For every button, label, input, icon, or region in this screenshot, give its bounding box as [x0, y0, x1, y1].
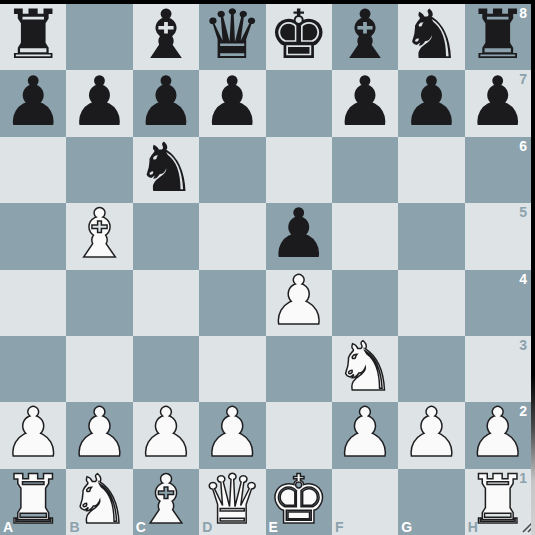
- square-c7[interactable]: ♟: [133, 70, 199, 136]
- piece-black-knight[interactable]: ♞: [133, 135, 199, 201]
- square-a7[interactable]: ♟: [0, 70, 66, 136]
- window-right-edge: [531, 0, 535, 535]
- square-h7[interactable]: 7♟: [465, 70, 531, 136]
- square-g1[interactable]: G: [398, 469, 464, 535]
- square-h3[interactable]: 3: [465, 336, 531, 402]
- square-f1[interactable]: F: [332, 469, 398, 535]
- square-d8[interactable]: ♛: [199, 4, 265, 70]
- square-d6[interactable]: [199, 137, 265, 203]
- piece-white-queen[interactable]: ♛: [199, 467, 265, 533]
- square-d2[interactable]: ♟: [199, 402, 265, 468]
- square-c2[interactable]: ♟: [133, 402, 199, 468]
- square-c6[interactable]: ♞: [133, 137, 199, 203]
- rank-label-6: 6: [519, 139, 527, 153]
- piece-white-pawn[interactable]: ♟: [465, 400, 531, 466]
- piece-white-bishop[interactable]: ♝: [133, 467, 199, 533]
- piece-white-pawn[interactable]: ♟: [0, 400, 66, 466]
- square-e8[interactable]: ♚: [266, 4, 332, 70]
- piece-black-bishop[interactable]: ♝: [332, 2, 398, 68]
- chess-app-window: ♜♝♛♚♝♞8♜♟♟♟♟♟♟7♟♞6♝♟5♟4♞3♟♟♟♟♟♟2♟A♜B♞C♝D…: [0, 0, 535, 535]
- square-c3[interactable]: [133, 336, 199, 402]
- piece-black-pawn[interactable]: ♟: [199, 68, 265, 134]
- piece-black-pawn[interactable]: ♟: [133, 68, 199, 134]
- square-b8[interactable]: [66, 4, 132, 70]
- square-e5[interactable]: ♟: [266, 203, 332, 269]
- piece-white-pawn[interactable]: ♟: [266, 268, 332, 334]
- file-label-f: F: [335, 520, 344, 534]
- square-g6[interactable]: [398, 137, 464, 203]
- chess-board: ♜♝♛♚♝♞8♜♟♟♟♟♟♟7♟♞6♝♟5♟4♞3♟♟♟♟♟♟2♟A♜B♞C♝D…: [0, 4, 531, 535]
- window-top-edge: [0, 0, 535, 4]
- piece-black-rook[interactable]: ♜: [0, 2, 66, 68]
- square-g3[interactable]: [398, 336, 464, 402]
- square-g2[interactable]: ♟: [398, 402, 464, 468]
- square-d3[interactable]: [199, 336, 265, 402]
- piece-white-knight[interactable]: ♞: [66, 467, 132, 533]
- square-b4[interactable]: [66, 270, 132, 336]
- square-b5[interactable]: ♝: [66, 203, 132, 269]
- piece-black-king[interactable]: ♚: [266, 2, 332, 68]
- square-c4[interactable]: [133, 270, 199, 336]
- square-f6[interactable]: [332, 137, 398, 203]
- square-g4[interactable]: [398, 270, 464, 336]
- rank-label-5: 5: [519, 205, 527, 219]
- square-f4[interactable]: [332, 270, 398, 336]
- square-g5[interactable]: [398, 203, 464, 269]
- square-d4[interactable]: [199, 270, 265, 336]
- piece-white-pawn[interactable]: ♟: [398, 400, 464, 466]
- square-a8[interactable]: ♜: [0, 4, 66, 70]
- piece-black-pawn[interactable]: ♟: [332, 68, 398, 134]
- piece-black-queen[interactable]: ♛: [199, 2, 265, 68]
- square-b2[interactable]: ♟: [66, 402, 132, 468]
- square-e2[interactable]: [266, 402, 332, 468]
- piece-black-bishop[interactable]: ♝: [133, 2, 199, 68]
- square-a4[interactable]: [0, 270, 66, 336]
- square-c8[interactable]: ♝: [133, 4, 199, 70]
- square-g7[interactable]: ♟: [398, 70, 464, 136]
- file-label-g: G: [401, 520, 412, 534]
- square-h6[interactable]: 6: [465, 137, 531, 203]
- square-b6[interactable]: [66, 137, 132, 203]
- square-c1[interactable]: C♝: [133, 469, 199, 535]
- square-a1[interactable]: A♜: [0, 469, 66, 535]
- piece-black-pawn[interactable]: ♟: [0, 68, 66, 134]
- square-h2[interactable]: 2♟: [465, 402, 531, 468]
- piece-white-pawn[interactable]: ♟: [199, 400, 265, 466]
- square-a3[interactable]: [0, 336, 66, 402]
- piece-white-pawn[interactable]: ♟: [133, 400, 199, 466]
- piece-black-pawn[interactable]: ♟: [266, 201, 332, 267]
- piece-black-knight[interactable]: ♞: [398, 2, 464, 68]
- square-e4[interactable]: ♟: [266, 270, 332, 336]
- square-f5[interactable]: [332, 203, 398, 269]
- piece-white-rook[interactable]: ♜: [0, 467, 66, 533]
- square-b1[interactable]: B♞: [66, 469, 132, 535]
- piece-black-pawn[interactable]: ♟: [398, 68, 464, 134]
- square-e7[interactable]: [266, 70, 332, 136]
- rank-label-4: 4: [519, 272, 527, 286]
- square-f2[interactable]: ♟: [332, 402, 398, 468]
- square-f8[interactable]: ♝: [332, 4, 398, 70]
- square-f3[interactable]: ♞: [332, 336, 398, 402]
- square-h4[interactable]: 4: [465, 270, 531, 336]
- square-g8[interactable]: ♞: [398, 4, 464, 70]
- square-e6[interactable]: [266, 137, 332, 203]
- piece-white-pawn[interactable]: ♟: [66, 400, 132, 466]
- square-e3[interactable]: [266, 336, 332, 402]
- square-c5[interactable]: [133, 203, 199, 269]
- piece-black-pawn[interactable]: ♟: [66, 68, 132, 134]
- square-b3[interactable]: [66, 336, 132, 402]
- square-b7[interactable]: ♟: [66, 70, 132, 136]
- square-h8[interactable]: 8♜: [465, 4, 531, 70]
- piece-white-knight[interactable]: ♞: [332, 334, 398, 400]
- square-d5[interactable]: [199, 203, 265, 269]
- piece-white-pawn[interactable]: ♟: [332, 400, 398, 466]
- square-a5[interactable]: [0, 203, 66, 269]
- piece-white-king[interactable]: ♚: [266, 467, 332, 533]
- square-d1[interactable]: D♛: [199, 469, 265, 535]
- piece-white-bishop[interactable]: ♝: [66, 201, 132, 267]
- square-d7[interactable]: ♟: [199, 70, 265, 136]
- piece-black-pawn[interactable]: ♟: [465, 68, 531, 134]
- rank-label-3: 3: [519, 338, 527, 352]
- square-h5[interactable]: 5: [465, 203, 531, 269]
- square-a2[interactable]: ♟: [0, 402, 66, 468]
- square-f7[interactable]: ♟: [332, 70, 398, 136]
- square-e1[interactable]: E♚: [266, 469, 332, 535]
- piece-black-rook[interactable]: ♜: [465, 2, 531, 68]
- square-a6[interactable]: [0, 137, 66, 203]
